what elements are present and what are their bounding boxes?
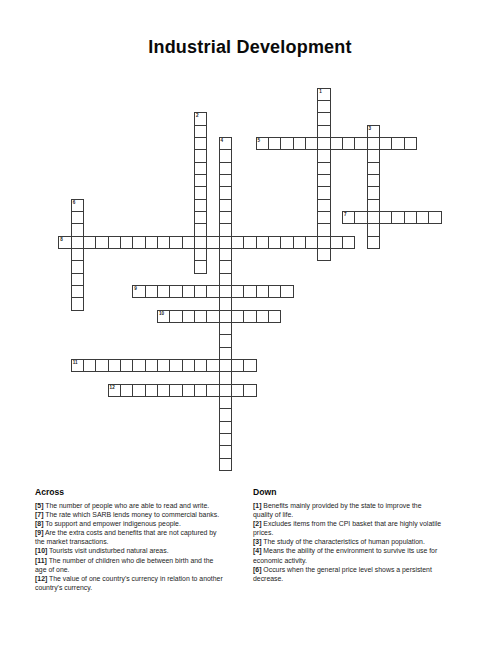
grid-cell[interactable]	[219, 458, 232, 471]
grid-cell[interactable]	[280, 285, 293, 298]
grid-cell[interactable]	[194, 199, 207, 212]
grid-cell[interactable]	[194, 285, 207, 298]
clue-number-label: 9	[134, 286, 137, 291]
clue-number: [4]	[253, 547, 261, 554]
grid-cell[interactable]	[219, 310, 232, 323]
grid-cell[interactable]	[243, 236, 256, 249]
grid-cell[interactable]	[120, 359, 133, 372]
grid-cell[interactable]	[83, 236, 96, 249]
grid-cell[interactable]	[194, 260, 207, 273]
grid-cell[interactable]	[169, 384, 182, 397]
down-clues-section: Down [1] Benefits mainly provided by the…	[253, 487, 468, 583]
grid-cell[interactable]	[219, 211, 232, 224]
grid-cell[interactable]	[194, 248, 207, 261]
grid-cell[interactable]	[219, 322, 232, 335]
grid-cell[interactable]: 9	[132, 285, 145, 298]
grid-cell[interactable]	[404, 137, 417, 150]
clue-number-label: 1	[319, 89, 322, 94]
grid-cell[interactable]	[120, 236, 133, 249]
grid-cell[interactable]	[219, 433, 232, 446]
clue-number: [8]	[35, 520, 43, 527]
grid-cell[interactable]	[317, 162, 330, 175]
grid-cell[interactable]	[169, 359, 182, 372]
grid-cell[interactable]	[317, 125, 330, 138]
grid-cell[interactable]	[108, 236, 121, 249]
grid-cell[interactable]	[391, 137, 404, 150]
grid-cell[interactable]	[330, 236, 343, 249]
clue-text: economic activity.	[253, 556, 468, 565]
crossword-page: Industrial Development 123456789101112 A…	[0, 0, 500, 647]
clue-text: [6] Occurs when the general price level …	[253, 565, 468, 574]
clue-number: [6]	[253, 566, 261, 573]
grid-cell[interactable]	[342, 137, 355, 150]
clue-text: decrease.	[253, 574, 468, 583]
grid-cell[interactable]	[367, 137, 380, 150]
clue-number: [9]	[35, 529, 43, 536]
grid-cell[interactable]	[182, 236, 195, 249]
grid-cell[interactable]	[194, 211, 207, 224]
grid-cell[interactable]	[231, 236, 244, 249]
grid-cell[interactable]	[219, 445, 232, 458]
grid-cell[interactable]	[71, 248, 84, 261]
grid-cell[interactable]	[157, 236, 170, 249]
clue-number-label: 7	[344, 212, 347, 217]
clue-number-label: 10	[159, 311, 164, 316]
grid-cell[interactable]	[169, 310, 182, 323]
grid-cell[interactable]	[71, 211, 84, 224]
clue-number: [2]	[253, 520, 261, 527]
grid-cell[interactable]	[194, 359, 207, 372]
grid-cell[interactable]	[280, 236, 293, 249]
grid-cell[interactable]	[317, 248, 330, 261]
across-heading: Across	[35, 487, 250, 497]
grid-cell[interactable]	[268, 310, 281, 323]
grid-cell[interactable]	[268, 236, 281, 249]
grid-cell[interactable]: 6	[71, 199, 84, 212]
grid-cell[interactable]	[194, 125, 207, 138]
clue-text: quality of life.	[253, 510, 468, 519]
grid-cell[interactable]	[305, 137, 318, 150]
grid-cell[interactable]	[206, 359, 219, 372]
grid-cell[interactable]	[71, 260, 84, 273]
grid-cell[interactable]	[367, 223, 380, 236]
grid-cell[interactable]	[194, 236, 207, 249]
grid-cell[interactable]	[317, 137, 330, 150]
clue-number: [10]	[35, 547, 47, 554]
grid-cell[interactable]	[182, 359, 195, 372]
grid-cell[interactable]	[145, 359, 158, 372]
grid-cell[interactable]	[120, 384, 133, 397]
grid-cell[interactable]	[206, 384, 219, 397]
grid-cell[interactable]	[194, 186, 207, 199]
grid-cell[interactable]	[132, 384, 145, 397]
grid-cell[interactable]	[157, 285, 170, 298]
grid-cell[interactable]	[317, 186, 330, 199]
across-clue-list: [5] The number of people who are able to…	[35, 501, 250, 592]
grid-cell[interactable]	[243, 285, 256, 298]
grid-cell[interactable]	[367, 186, 380, 199]
crossword-grid: 123456789101112	[0, 0, 500, 500]
grid-cell[interactable]	[391, 211, 404, 224]
grid-cell[interactable]	[428, 211, 441, 224]
clue-text: the market transactions.	[35, 537, 250, 546]
grid-cell[interactable]	[219, 347, 232, 360]
grid-cell[interactable]	[95, 236, 108, 249]
clue-text: [9] Are the extra costs and benefits tha…	[35, 528, 250, 537]
grid-cell[interactable]	[293, 236, 306, 249]
grid-cell[interactable]	[317, 174, 330, 187]
clue-text: [3] The study of the characteristics of …	[253, 537, 468, 546]
grid-cell[interactable]	[219, 396, 232, 409]
clue-number-label: 4	[221, 138, 224, 143]
grid-cell[interactable]	[256, 236, 269, 249]
grid-cell[interactable]	[219, 223, 232, 236]
grid-cell[interactable]	[132, 359, 145, 372]
grid-cell[interactable]	[71, 297, 84, 310]
grid-cell[interactable]	[182, 384, 195, 397]
down-heading: Down	[253, 487, 468, 497]
clue-number-label: 6	[73, 200, 76, 205]
grid-cell[interactable]	[145, 236, 158, 249]
clue-number: [7]	[35, 511, 43, 518]
grid-cell[interactable]	[194, 310, 207, 323]
grid-cell[interactable]	[379, 211, 392, 224]
grid-cell[interactable]	[182, 310, 195, 323]
clue-number: [11]	[35, 557, 47, 564]
clue-text: [11] The number of children who die betw…	[35, 556, 250, 565]
grid-cell[interactable]	[367, 174, 380, 187]
clue-text: country's currency.	[35, 583, 250, 592]
grid-cell[interactable]	[132, 236, 145, 249]
clue-number-label: 12	[110, 385, 115, 390]
grid-cell[interactable]	[95, 359, 108, 372]
grid-cell[interactable]	[367, 236, 380, 249]
grid-cell[interactable]	[256, 310, 269, 323]
grid-cell[interactable]	[231, 359, 244, 372]
grid-cell[interactable]	[145, 285, 158, 298]
grid-cell[interactable]	[194, 223, 207, 236]
clue-text: [7] The rate which SARB lends money to c…	[35, 510, 250, 519]
grid-cell[interactable]	[317, 149, 330, 162]
grid-cell[interactable]	[243, 359, 256, 372]
grid-cell[interactable]	[317, 100, 330, 113]
grid-cell[interactable]	[219, 384, 232, 397]
grid-cell[interactable]	[219, 285, 232, 298]
grid-cell[interactable]	[219, 248, 232, 261]
grid-cell[interactable]	[194, 149, 207, 162]
grid-cell[interactable]	[354, 211, 367, 224]
grid-cell[interactable]	[219, 260, 232, 273]
grid-cell[interactable]	[379, 137, 392, 150]
clue-text: [4] Means the ability of the environment…	[253, 546, 468, 555]
grid-cell[interactable]	[206, 285, 219, 298]
grid-cell[interactable]	[219, 359, 232, 372]
clue-number-label: 5	[258, 138, 261, 143]
grid-cell[interactable]	[342, 236, 355, 249]
clue-number: [12]	[35, 575, 47, 582]
grid-cell[interactable]	[219, 174, 232, 187]
grid-cell[interactable]: 2	[194, 112, 207, 125]
grid-cell[interactable]	[71, 236, 84, 249]
grid-cell[interactable]: 10	[157, 310, 170, 323]
clue-number: [3]	[253, 538, 261, 545]
clue-number-label: 8	[60, 237, 63, 242]
grid-cell[interactable]	[219, 162, 232, 175]
grid-cell[interactable]: 11	[71, 359, 84, 372]
grid-cell[interactable]	[367, 149, 380, 162]
clue-number: [1]	[253, 502, 261, 509]
clue-number-label: 2	[196, 113, 199, 118]
grid-cell[interactable]	[268, 285, 281, 298]
grid-cell[interactable]	[231, 285, 244, 298]
grid-cell[interactable]	[256, 285, 269, 298]
grid-cell[interactable]	[219, 149, 232, 162]
clue-text: [2] Excludes items from the CPI basket t…	[253, 519, 468, 528]
clue-text: [10] Tourists visit undisturbed natural …	[35, 546, 250, 555]
grid-cell[interactable]	[219, 371, 232, 384]
down-clue-list: [1] Benefits mainly provided by the stat…	[253, 501, 468, 583]
grid-cell[interactable]	[404, 211, 417, 224]
grid-cell[interactable]	[108, 359, 121, 372]
grid-cell[interactable]	[157, 359, 170, 372]
grid-cell[interactable]	[219, 334, 232, 347]
grid-cell[interactable]: 3	[367, 125, 380, 138]
clue-text: [8] To support and empower indigenous pe…	[35, 519, 250, 528]
grid-cell[interactable]: 4	[219, 137, 232, 150]
grid-cell[interactable]	[194, 174, 207, 187]
grid-cell[interactable]	[206, 236, 219, 249]
grid-cell[interactable]	[206, 310, 219, 323]
grid-cell[interactable]	[194, 162, 207, 175]
grid-cell[interactable]	[293, 137, 306, 150]
clue-text: age of one.	[35, 565, 250, 574]
clue-text: [5] The number of people who are able to…	[35, 501, 250, 510]
grid-cell[interactable]	[231, 384, 244, 397]
grid-cell[interactable]	[219, 186, 232, 199]
grid-cell[interactable]	[219, 236, 232, 249]
grid-cell[interactable]	[194, 384, 207, 397]
grid-cell[interactable]	[416, 211, 429, 224]
grid-cell[interactable]	[330, 137, 343, 150]
grid-cell[interactable]	[194, 137, 207, 150]
clue-text: [1] Benefits mainly provided by the stat…	[253, 501, 468, 510]
grid-cell[interactable]	[317, 236, 330, 249]
grid-cell[interactable]	[231, 310, 244, 323]
grid-cell[interactable]: 12	[108, 384, 121, 397]
grid-cell[interactable]	[354, 137, 367, 150]
across-clues-section: Across [5] The number of people who are …	[35, 487, 250, 592]
grid-cell[interactable]	[182, 285, 195, 298]
grid-cell[interactable]	[317, 199, 330, 212]
grid-cell[interactable]	[219, 199, 232, 212]
grid-cell[interactable]	[317, 223, 330, 236]
grid-cell[interactable]: 5	[256, 137, 269, 150]
grid-cell[interactable]	[219, 273, 232, 286]
grid-cell[interactable]	[71, 223, 84, 236]
clue-number: [5]	[35, 502, 43, 509]
clue-text: prices.	[253, 528, 468, 537]
clue-number-label: 11	[73, 360, 78, 365]
clue-text: [12] The value of one country's currency…	[35, 574, 250, 583]
grid-cell[interactable]: 1	[317, 88, 330, 101]
grid-cell[interactable]	[219, 297, 232, 310]
grid-cell[interactable]	[268, 137, 281, 150]
grid-cell[interactable]	[219, 408, 232, 421]
grid-cell[interactable]	[71, 285, 84, 298]
grid-cell[interactable]	[243, 310, 256, 323]
grid-cell[interactable]	[157, 384, 170, 397]
clue-number-label: 3	[369, 126, 372, 131]
grid-cell[interactable]	[367, 199, 380, 212]
grid-cell[interactable]	[367, 162, 380, 175]
grid-cell[interactable]	[243, 384, 256, 397]
grid-cell[interactable]	[280, 137, 293, 150]
grid-cell[interactable]	[83, 359, 96, 372]
grid-cell[interactable]	[71, 273, 84, 286]
grid-cell[interactable]: 7	[342, 211, 355, 224]
grid-cell[interactable]	[169, 285, 182, 298]
grid-cell[interactable]	[145, 384, 158, 397]
grid-cell[interactable]	[317, 112, 330, 125]
grid-cell[interactable]	[317, 211, 330, 224]
grid-cell[interactable]	[219, 421, 232, 434]
grid-cell[interactable]	[305, 236, 318, 249]
grid-cell[interactable]: 8	[58, 236, 71, 249]
grid-cell[interactable]	[367, 211, 380, 224]
grid-cell[interactable]	[169, 236, 182, 249]
